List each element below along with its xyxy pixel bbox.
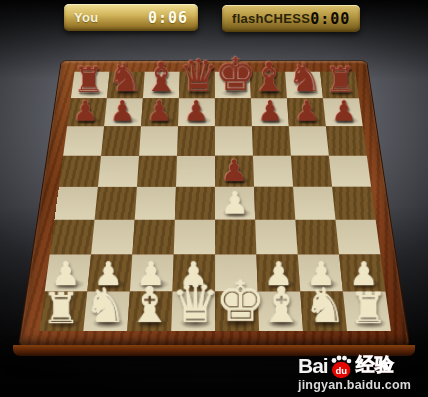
white-pawn[interactable]: ♟ [215, 188, 255, 219]
square-a6[interactable] [63, 126, 104, 155]
app-background: You 0:06 flashCHESS 0:00 ♜♞♝♛♚♝♞♜♟♟♟♟♟♟♟… [0, 0, 428, 397]
chess-board[interactable]: ♜♞♝♛♚♝♞♜♟♟♟♟♟♟♟♟♟♟♟♟♟♟♟♟♜♞♝♛♚♝♞♜ [18, 61, 410, 347]
baidu-paw-icon: du [328, 354, 354, 380]
square-b1[interactable]: ♞ [83, 292, 130, 331]
white-knight[interactable]: ♞ [83, 283, 127, 330]
black-king[interactable]: ♚ [215, 51, 251, 97]
square-a1[interactable]: ♜ [39, 292, 87, 331]
engine-clock: flashCHESS 0:00 [222, 5, 360, 32]
square-c3[interactable] [132, 220, 175, 255]
square-c7[interactable]: ♟ [141, 98, 179, 126]
white-rook[interactable]: ♜ [347, 287, 391, 330]
square-d5[interactable] [176, 156, 215, 187]
square-c1[interactable]: ♝ [127, 292, 172, 331]
square-b5[interactable] [98, 156, 139, 187]
square-g7[interactable]: ♟ [287, 98, 326, 126]
white-bishop[interactable]: ♝ [127, 280, 171, 330]
black-pawn[interactable]: ♟ [289, 97, 326, 125]
square-e8[interactable]: ♚ [215, 72, 251, 99]
black-pawn[interactable]: ♟ [252, 97, 289, 125]
black-pawn[interactable]: ♟ [104, 97, 141, 125]
square-b7[interactable]: ♟ [104, 98, 143, 126]
black-queen[interactable]: ♛ [179, 53, 215, 97]
square-c5[interactable] [137, 156, 177, 187]
watermark-jingyan-text: 经验 [356, 352, 394, 378]
square-a7[interactable]: ♟ [67, 98, 107, 126]
black-pawn[interactable]: ♟ [178, 97, 215, 125]
square-f7[interactable]: ♟ [251, 98, 289, 126]
square-e5[interactable]: ♟ [215, 156, 254, 187]
white-king[interactable]: ♚ [215, 274, 259, 330]
square-h7[interactable]: ♟ [323, 98, 363, 126]
square-h6[interactable] [326, 126, 367, 155]
square-h4[interactable] [332, 187, 376, 220]
white-queen[interactable]: ♛ [171, 276, 215, 330]
watermark: Bai du 经验 jingyan.baidu.com [298, 352, 424, 392]
black-pawn[interactable]: ♟ [67, 97, 104, 125]
square-h1[interactable]: ♜ [343, 292, 391, 331]
square-g6[interactable] [289, 126, 329, 155]
square-g3[interactable] [295, 220, 339, 255]
svg-text:du: du [335, 365, 347, 376]
square-e3[interactable] [215, 220, 256, 255]
square-b3[interactable] [91, 220, 135, 255]
square-b6[interactable] [101, 126, 141, 155]
black-knight[interactable]: ♞ [287, 59, 323, 98]
square-f1[interactable]: ♝ [258, 292, 303, 331]
square-e6[interactable] [215, 126, 253, 155]
black-knight[interactable]: ♞ [107, 59, 143, 98]
square-c4[interactable] [135, 187, 176, 220]
square-f3[interactable] [255, 220, 298, 255]
square-b4[interactable] [95, 187, 137, 220]
square-e4[interactable]: ♟ [215, 187, 255, 220]
square-d7[interactable]: ♟ [178, 98, 215, 126]
square-d3[interactable] [174, 220, 215, 255]
square-a3[interactable] [50, 220, 95, 255]
board-grid: ♜♞♝♛♚♝♞♜♟♟♟♟♟♟♟♟♟♟♟♟♟♟♟♟♜♞♝♛♚♝♞♜ [39, 72, 388, 331]
square-e1[interactable]: ♚ [215, 292, 259, 331]
square-a4[interactable] [54, 187, 97, 220]
square-c6[interactable] [139, 126, 178, 155]
engine-name: flashCHESS [232, 11, 310, 26]
square-g4[interactable] [293, 187, 335, 220]
square-f4[interactable] [254, 187, 295, 220]
white-bishop[interactable]: ♝ [259, 280, 303, 330]
square-h5[interactable] [329, 156, 371, 187]
black-bishop[interactable]: ♝ [251, 57, 287, 98]
square-g1[interactable]: ♞ [300, 292, 347, 331]
player-time: 0:06 [148, 9, 188, 27]
square-g5[interactable] [291, 156, 332, 187]
black-pawn[interactable]: ♟ [326, 97, 363, 125]
black-pawn[interactable]: ♟ [141, 97, 178, 125]
square-d4[interactable] [175, 187, 215, 220]
square-h3[interactable] [335, 220, 380, 255]
square-d6[interactable] [177, 126, 215, 155]
black-bishop[interactable]: ♝ [143, 57, 179, 98]
watermark-bai-text: Bai [298, 354, 328, 378]
black-rook[interactable]: ♜ [71, 63, 107, 98]
black-rook[interactable]: ♜ [323, 63, 359, 98]
player-clock: You 0:06 [64, 4, 198, 31]
square-d1[interactable]: ♛ [171, 292, 215, 331]
square-f6[interactable] [252, 126, 291, 155]
black-pawn[interactable]: ♟ [215, 156, 254, 186]
watermark-site-url: jingyan.baidu.com [298, 378, 424, 392]
square-e7[interactable] [215, 98, 252, 126]
engine-time: 0:00 [310, 10, 350, 28]
white-rook[interactable]: ♜ [39, 287, 83, 330]
player-name: You [74, 10, 99, 25]
square-f5[interactable] [253, 156, 293, 187]
white-knight[interactable]: ♞ [303, 283, 347, 330]
square-a5[interactable] [59, 156, 101, 187]
